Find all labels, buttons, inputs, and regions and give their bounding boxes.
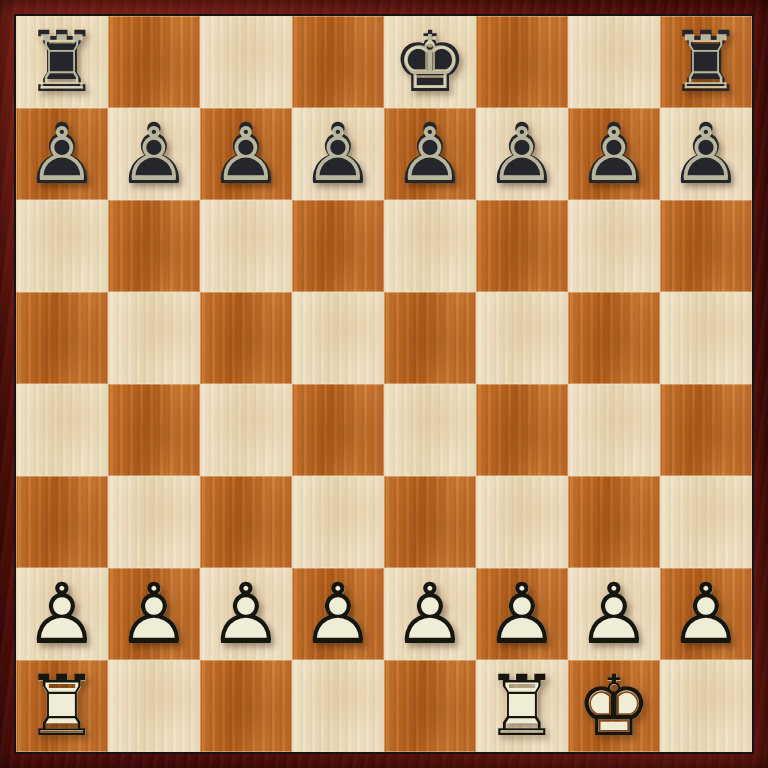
square-a2[interactable]: ♟♙: [16, 568, 108, 660]
piece-black-pawn[interactable]: ♟♙: [292, 108, 384, 200]
piece-black-king[interactable]: ♚♔: [384, 16, 476, 108]
piece-white-pawn[interactable]: ♟♙: [292, 568, 384, 660]
square-a6[interactable]: [16, 200, 108, 292]
black-rook-glyph-outline: ♖: [666, 22, 747, 103]
black-king-glyph-outline: ♔: [390, 22, 471, 103]
square-h2[interactable]: ♟♙: [660, 568, 752, 660]
square-e7[interactable]: ♟♙: [384, 108, 476, 200]
square-c8[interactable]: [200, 16, 292, 108]
piece-white-pawn[interactable]: ♟♙: [568, 568, 660, 660]
square-d3[interactable]: [292, 476, 384, 568]
chess-board: ♜♖♚♔♜♖♟♙♟♙♟♙♟♙♟♙♟♙♟♙♟♙♟♙♟♙♟♙♟♙♟♙♟♙♟♙♟♙♜♖…: [16, 16, 752, 752]
square-d2[interactable]: ♟♙: [292, 568, 384, 660]
square-g3[interactable]: [568, 476, 660, 568]
square-h7[interactable]: ♟♙: [660, 108, 752, 200]
piece-white-pawn[interactable]: ♟♙: [384, 568, 476, 660]
black-pawn-glyph-outline: ♙: [298, 114, 379, 195]
square-f4[interactable]: [476, 384, 568, 476]
piece-black-pawn[interactable]: ♟♙: [384, 108, 476, 200]
black-pawn-glyph-outline: ♙: [574, 114, 655, 195]
piece-white-pawn[interactable]: ♟♙: [200, 568, 292, 660]
square-a5[interactable]: [16, 292, 108, 384]
white-pawn-glyph-outline: ♙: [476, 568, 568, 660]
piece-white-pawn[interactable]: ♟♙: [16, 568, 108, 660]
piece-black-rook[interactable]: ♜♖: [16, 16, 108, 108]
square-e3[interactable]: [384, 476, 476, 568]
square-b1[interactable]: [108, 660, 200, 752]
white-pawn-glyph-outline: ♙: [568, 568, 660, 660]
square-a4[interactable]: [16, 384, 108, 476]
square-e5[interactable]: [384, 292, 476, 384]
black-pawn-glyph-outline: ♙: [390, 114, 471, 195]
square-b5[interactable]: [108, 292, 200, 384]
square-b4[interactable]: [108, 384, 200, 476]
black-pawn-glyph-outline: ♙: [114, 114, 195, 195]
square-h3[interactable]: [660, 476, 752, 568]
piece-black-pawn[interactable]: ♟♙: [476, 108, 568, 200]
piece-white-rook[interactable]: ♜♖: [476, 660, 568, 752]
square-f7[interactable]: ♟♙: [476, 108, 568, 200]
square-f5[interactable]: [476, 292, 568, 384]
square-b8[interactable]: [108, 16, 200, 108]
piece-black-pawn[interactable]: ♟♙: [200, 108, 292, 200]
square-c5[interactable]: [200, 292, 292, 384]
square-a3[interactable]: [16, 476, 108, 568]
square-e8[interactable]: ♚♔: [384, 16, 476, 108]
square-d6[interactable]: [292, 200, 384, 292]
square-f8[interactable]: [476, 16, 568, 108]
piece-white-rook[interactable]: ♜♖: [16, 660, 108, 752]
square-h1[interactable]: [660, 660, 752, 752]
square-d7[interactable]: ♟♙: [292, 108, 384, 200]
square-g5[interactable]: [568, 292, 660, 384]
white-pawn-glyph-outline: ♙: [108, 568, 200, 660]
piece-white-pawn[interactable]: ♟♙: [476, 568, 568, 660]
piece-black-rook[interactable]: ♜♖: [660, 16, 752, 108]
square-f6[interactable]: [476, 200, 568, 292]
piece-white-pawn[interactable]: ♟♙: [108, 568, 200, 660]
white-pawn-glyph-outline: ♙: [200, 568, 292, 660]
black-pawn-glyph-outline: ♙: [482, 114, 563, 195]
square-e4[interactable]: [384, 384, 476, 476]
square-e6[interactable]: [384, 200, 476, 292]
square-g6[interactable]: [568, 200, 660, 292]
square-a1[interactable]: ♜♖: [16, 660, 108, 752]
square-e1[interactable]: [384, 660, 476, 752]
square-a7[interactable]: ♟♙: [16, 108, 108, 200]
black-pawn-glyph-outline: ♙: [22, 114, 103, 195]
square-c3[interactable]: [200, 476, 292, 568]
white-rook-glyph-outline: ♖: [16, 660, 108, 752]
square-g4[interactable]: [568, 384, 660, 476]
piece-black-pawn[interactable]: ♟♙: [16, 108, 108, 200]
white-pawn-glyph-outline: ♙: [292, 568, 384, 660]
black-pawn-glyph-outline: ♙: [666, 114, 747, 195]
square-b7[interactable]: ♟♙: [108, 108, 200, 200]
piece-black-pawn[interactable]: ♟♙: [568, 108, 660, 200]
square-d4[interactable]: [292, 384, 384, 476]
square-c1[interactable]: [200, 660, 292, 752]
square-d1[interactable]: [292, 660, 384, 752]
square-h6[interactable]: [660, 200, 752, 292]
square-c2[interactable]: ♟♙: [200, 568, 292, 660]
piece-white-pawn[interactable]: ♟♙: [660, 568, 752, 660]
square-b2[interactable]: ♟♙: [108, 568, 200, 660]
piece-white-king[interactable]: ♚♔: [568, 660, 660, 752]
board-frame: ♜♖♚♔♜♖♟♙♟♙♟♙♟♙♟♙♟♙♟♙♟♙♟♙♟♙♟♙♟♙♟♙♟♙♟♙♟♙♜♖…: [0, 0, 768, 768]
square-b3[interactable]: [108, 476, 200, 568]
white-pawn-glyph-outline: ♙: [384, 568, 476, 660]
black-rook-glyph-outline: ♖: [22, 22, 103, 103]
square-d5[interactable]: [292, 292, 384, 384]
square-h4[interactable]: [660, 384, 752, 476]
square-c7[interactable]: ♟♙: [200, 108, 292, 200]
black-pawn-glyph-outline: ♙: [206, 114, 287, 195]
white-rook-glyph-outline: ♖: [476, 660, 568, 752]
square-d8[interactable]: [292, 16, 384, 108]
square-g8[interactable]: [568, 16, 660, 108]
square-g7[interactable]: ♟♙: [568, 108, 660, 200]
piece-black-pawn[interactable]: ♟♙: [660, 108, 752, 200]
piece-black-pawn[interactable]: ♟♙: [108, 108, 200, 200]
square-f3[interactable]: [476, 476, 568, 568]
square-f2[interactable]: ♟♙: [476, 568, 568, 660]
square-f1[interactable]: ♜♖: [476, 660, 568, 752]
square-g1[interactable]: ♚♔: [568, 660, 660, 752]
square-b6[interactable]: [108, 200, 200, 292]
square-c6[interactable]: [200, 200, 292, 292]
white-pawn-glyph-outline: ♙: [660, 568, 752, 660]
square-a8[interactable]: ♜♖: [16, 16, 108, 108]
square-e2[interactable]: ♟♙: [384, 568, 476, 660]
white-pawn-glyph-outline: ♙: [16, 568, 108, 660]
square-h5[interactable]: [660, 292, 752, 384]
white-king-glyph-outline: ♔: [568, 660, 660, 752]
square-c4[interactable]: [200, 384, 292, 476]
square-g2[interactable]: ♟♙: [568, 568, 660, 660]
square-h8[interactable]: ♜♖: [660, 16, 752, 108]
board-inner-border: ♜♖♚♔♜♖♟♙♟♙♟♙♟♙♟♙♟♙♟♙♟♙♟♙♟♙♟♙♟♙♟♙♟♙♟♙♟♙♜♖…: [14, 14, 754, 754]
